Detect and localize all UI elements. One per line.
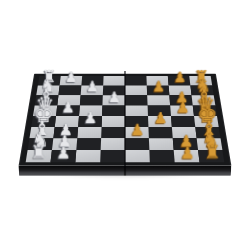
square-c3[interactable] bbox=[77, 127, 101, 138]
square-e4[interactable] bbox=[102, 105, 125, 116]
piece-silver-rook[interactable]: ♜ bbox=[30, 143, 46, 161]
square-g6[interactable]: ♟ bbox=[147, 86, 170, 96]
piece-gold-rook[interactable]: ♜ bbox=[204, 143, 220, 161]
square-d7[interactable] bbox=[171, 116, 195, 127]
piece-silver-pawn[interactable]: ♟ bbox=[61, 101, 74, 116]
square-b4[interactable] bbox=[101, 138, 125, 150]
square-c6[interactable] bbox=[148, 127, 172, 138]
piece-silver-pawn[interactable]: ♟ bbox=[64, 71, 77, 85]
square-f3[interactable] bbox=[80, 95, 103, 105]
square-d4[interactable] bbox=[102, 116, 125, 127]
chess-board: ♜♟♟♜♞♟♟♞♝♟♟♝♛♟♟♛♚♟♟♚♝♟♟♝♞♟♟♞♜♟♟♜ bbox=[19, 74, 232, 166]
square-a5[interactable] bbox=[125, 150, 150, 162]
piece-silver-pawn[interactable]: ♟ bbox=[107, 90, 120, 105]
square-f5[interactable] bbox=[125, 95, 148, 105]
square-a8[interactable]: ♜ bbox=[198, 150, 224, 162]
square-f4[interactable]: ♟ bbox=[102, 95, 125, 105]
square-b3[interactable] bbox=[76, 138, 101, 150]
piece-silver-pawn[interactable]: ♟ bbox=[56, 146, 71, 162]
square-g5[interactable] bbox=[125, 86, 147, 96]
square-a3[interactable] bbox=[75, 150, 100, 162]
board-fold-hinge-line bbox=[124, 71, 126, 169]
piece-gold-pawn[interactable]: ♟ bbox=[173, 71, 186, 85]
square-h5[interactable] bbox=[125, 76, 147, 85]
square-a7[interactable]: ♟ bbox=[174, 150, 200, 162]
piece-silver-pawn[interactable]: ♟ bbox=[85, 80, 98, 94]
square-a1[interactable]: ♜ bbox=[26, 150, 52, 162]
square-c5[interactable]: ♟ bbox=[125, 127, 149, 138]
piece-gold-pawn[interactable]: ♟ bbox=[153, 111, 167, 126]
piece-gold-pawn[interactable]: ♟ bbox=[152, 80, 165, 94]
square-f6[interactable] bbox=[147, 95, 170, 105]
product-photo: ♜♟♟♜♞♟♟♞♝♟♟♝♛♟♟♛♚♟♟♚♝♟♟♝♞♟♟♞♜♟♟♜ bbox=[0, 0, 250, 250]
square-b6[interactable] bbox=[149, 138, 174, 150]
piece-gold-pawn[interactable]: ♟ bbox=[176, 101, 189, 116]
square-a2[interactable]: ♟ bbox=[50, 150, 76, 162]
square-g3[interactable]: ♟ bbox=[81, 86, 104, 96]
square-e5[interactable] bbox=[125, 105, 148, 116]
square-e7[interactable]: ♟ bbox=[170, 105, 194, 116]
square-e2[interactable]: ♟ bbox=[56, 105, 80, 116]
square-h2[interactable]: ♟ bbox=[60, 76, 83, 85]
square-h7[interactable]: ♟ bbox=[168, 76, 191, 85]
scene: ♜♟♟♜♞♟♟♞♝♟♟♝♛♟♟♛♚♟♟♚♝♟♟♝♞♟♟♞♜♟♟♜ bbox=[0, 0, 250, 250]
square-g2[interactable] bbox=[58, 86, 81, 96]
square-a4[interactable] bbox=[100, 150, 125, 162]
piece-gold-pawn[interactable]: ♟ bbox=[130, 122, 144, 138]
piece-gold-pawn[interactable]: ♟ bbox=[180, 146, 195, 162]
square-h4[interactable] bbox=[103, 76, 125, 85]
piece-silver-pawn[interactable]: ♟ bbox=[83, 111, 97, 126]
square-d6[interactable]: ♟ bbox=[148, 116, 172, 127]
square-a6[interactable] bbox=[149, 150, 174, 162]
square-c4[interactable] bbox=[101, 127, 125, 138]
square-d3[interactable]: ♟ bbox=[78, 116, 102, 127]
square-b5[interactable] bbox=[125, 138, 149, 150]
